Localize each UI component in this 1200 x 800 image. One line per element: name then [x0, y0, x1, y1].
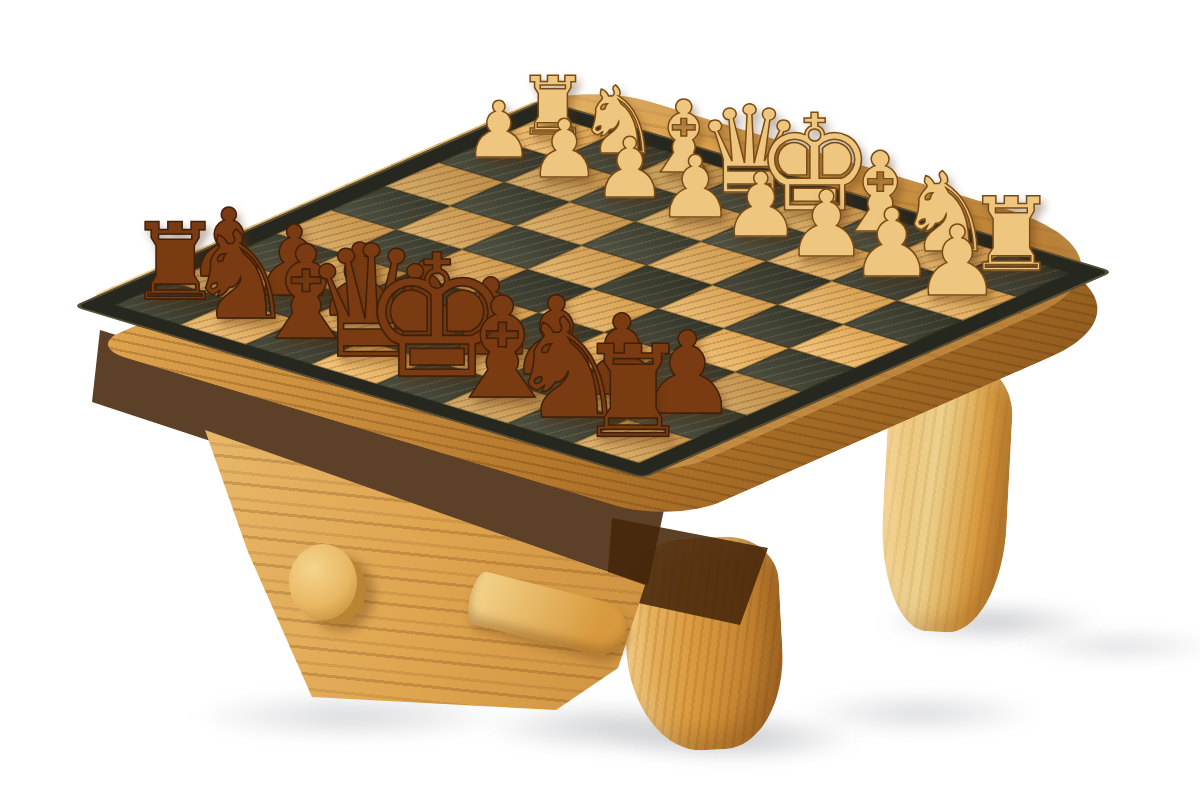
floor-shadow — [1020, 628, 1200, 664]
drawer-knob — [289, 544, 357, 620]
scene: ♜♞♝♛♚♝♞♜♟♟♟♟♟♟♟♟♟♟♟♟♟♟♟♟♜♞♝♛♚♝♞♜ — [0, 0, 1200, 800]
floor-shadow — [800, 690, 1040, 736]
